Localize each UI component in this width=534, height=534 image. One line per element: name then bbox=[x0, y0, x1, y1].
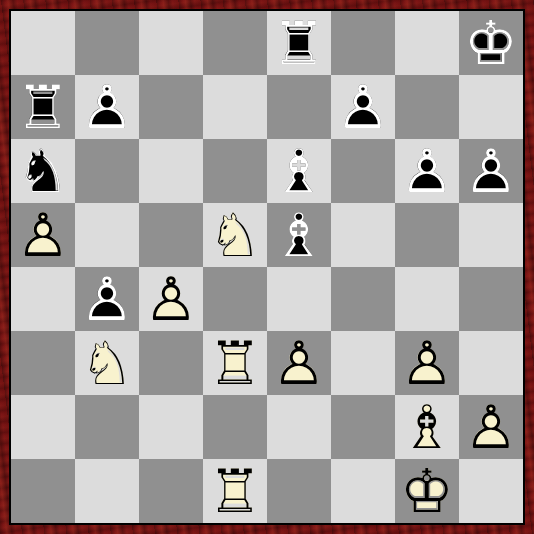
black-bishop[interactable]: ♝♗ bbox=[267, 139, 331, 203]
square-g6[interactable]: ♟♙ bbox=[395, 139, 459, 203]
black-pawn-glyph-outline: ♙ bbox=[75, 75, 139, 139]
white-knight-glyph-outline: ♘ bbox=[203, 203, 267, 267]
square-c5[interactable] bbox=[139, 203, 203, 267]
square-f8[interactable] bbox=[331, 11, 395, 75]
square-g7[interactable] bbox=[395, 75, 459, 139]
square-f7[interactable]: ♟♙ bbox=[331, 75, 395, 139]
black-pawn-glyph-outline: ♙ bbox=[331, 75, 395, 139]
black-pawn[interactable]: ♟♙ bbox=[75, 75, 139, 139]
white-knight[interactable]: ♞♘ bbox=[75, 331, 139, 395]
square-a5[interactable]: ♟♙ bbox=[11, 203, 75, 267]
square-c4[interactable]: ♟♙ bbox=[139, 267, 203, 331]
white-rook[interactable]: ♜♖ bbox=[203, 331, 267, 395]
square-e4[interactable] bbox=[267, 267, 331, 331]
square-b3[interactable]: ♞♘ bbox=[75, 331, 139, 395]
black-rook-glyph-outline: ♖ bbox=[11, 75, 75, 139]
black-king-glyph-outline: ♔ bbox=[459, 11, 523, 75]
square-h2[interactable]: ♟♙ bbox=[459, 395, 523, 459]
black-bishop-glyph-outline: ♗ bbox=[267, 203, 331, 267]
white-pawn[interactable]: ♟♙ bbox=[395, 331, 459, 395]
black-pawn-glyph-outline: ♙ bbox=[395, 139, 459, 203]
black-pawn[interactable]: ♟♙ bbox=[459, 139, 523, 203]
square-d6[interactable] bbox=[203, 139, 267, 203]
white-pawn-glyph-outline: ♙ bbox=[459, 395, 523, 459]
black-rook[interactable]: ♜♖ bbox=[11, 75, 75, 139]
square-c6[interactable] bbox=[139, 139, 203, 203]
white-knight[interactable]: ♞♘ bbox=[203, 203, 267, 267]
square-a4[interactable] bbox=[11, 267, 75, 331]
square-a2[interactable] bbox=[11, 395, 75, 459]
square-e2[interactable] bbox=[267, 395, 331, 459]
square-e5[interactable]: ♝♗ bbox=[267, 203, 331, 267]
square-d8[interactable] bbox=[203, 11, 267, 75]
square-g2[interactable]: ♝♗ bbox=[395, 395, 459, 459]
square-b4[interactable]: ♟♙ bbox=[75, 267, 139, 331]
square-e7[interactable] bbox=[267, 75, 331, 139]
black-pawn-glyph-outline: ♙ bbox=[75, 267, 139, 331]
square-c8[interactable] bbox=[139, 11, 203, 75]
black-pawn-glyph-outline: ♙ bbox=[459, 139, 523, 203]
square-e1[interactable] bbox=[267, 459, 331, 523]
square-f2[interactable] bbox=[331, 395, 395, 459]
square-b1[interactable] bbox=[75, 459, 139, 523]
square-a3[interactable] bbox=[11, 331, 75, 395]
black-bishop-glyph-outline: ♗ bbox=[267, 139, 331, 203]
white-bishop-glyph-outline: ♗ bbox=[395, 395, 459, 459]
square-b8[interactable] bbox=[75, 11, 139, 75]
chess-board: ♜♖♚♔♜♖♟♙♟♙♞♘♝♗♟♙♟♙♟♙♞♘♝♗♟♙♟♙♞♘♜♖♟♙♟♙♝♗♟♙… bbox=[11, 11, 523, 523]
square-g8[interactable] bbox=[395, 11, 459, 75]
white-rook[interactable]: ♜♖ bbox=[203, 459, 267, 523]
square-c2[interactable] bbox=[139, 395, 203, 459]
square-b5[interactable] bbox=[75, 203, 139, 267]
white-pawn-glyph-outline: ♙ bbox=[267, 331, 331, 395]
board-frame: ♜♖♚♔♜♖♟♙♟♙♞♘♝♗♟♙♟♙♟♙♞♘♝♗♟♙♟♙♞♘♜♖♟♙♟♙♝♗♟♙… bbox=[0, 0, 534, 534]
square-f6[interactable] bbox=[331, 139, 395, 203]
square-d1[interactable]: ♜♖ bbox=[203, 459, 267, 523]
white-pawn[interactable]: ♟♙ bbox=[267, 331, 331, 395]
white-king-glyph-outline: ♔ bbox=[395, 459, 459, 523]
black-bishop[interactable]: ♝♗ bbox=[267, 203, 331, 267]
square-c7[interactable] bbox=[139, 75, 203, 139]
white-pawn-glyph-outline: ♙ bbox=[139, 267, 203, 331]
square-g4[interactable] bbox=[395, 267, 459, 331]
square-d3[interactable]: ♜♖ bbox=[203, 331, 267, 395]
square-g3[interactable]: ♟♙ bbox=[395, 331, 459, 395]
square-b2[interactable] bbox=[75, 395, 139, 459]
square-a8[interactable] bbox=[11, 11, 75, 75]
square-h8[interactable]: ♚♔ bbox=[459, 11, 523, 75]
square-a7[interactable]: ♜♖ bbox=[11, 75, 75, 139]
square-h5[interactable] bbox=[459, 203, 523, 267]
black-knight[interactable]: ♞♘ bbox=[11, 139, 75, 203]
white-pawn[interactable]: ♟♙ bbox=[139, 267, 203, 331]
white-bishop[interactable]: ♝♗ bbox=[395, 395, 459, 459]
square-h3[interactable] bbox=[459, 331, 523, 395]
white-rook-glyph-outline: ♖ bbox=[203, 331, 267, 395]
square-a6[interactable]: ♞♘ bbox=[11, 139, 75, 203]
square-f1[interactable] bbox=[331, 459, 395, 523]
square-d2[interactable] bbox=[203, 395, 267, 459]
square-e3[interactable]: ♟♙ bbox=[267, 331, 331, 395]
square-d4[interactable] bbox=[203, 267, 267, 331]
square-h4[interactable] bbox=[459, 267, 523, 331]
black-pawn[interactable]: ♟♙ bbox=[395, 139, 459, 203]
board-border: ♜♖♚♔♜♖♟♙♟♙♞♘♝♗♟♙♟♙♟♙♞♘♝♗♟♙♟♙♞♘♜♖♟♙♟♙♝♗♟♙… bbox=[9, 9, 525, 525]
square-d7[interactable] bbox=[203, 75, 267, 139]
square-a1[interactable] bbox=[11, 459, 75, 523]
square-c3[interactable] bbox=[139, 331, 203, 395]
square-g1[interactable]: ♚♔ bbox=[395, 459, 459, 523]
black-rook[interactable]: ♜♖ bbox=[267, 11, 331, 75]
square-g5[interactable] bbox=[395, 203, 459, 267]
black-king[interactable]: ♚♔ bbox=[459, 11, 523, 75]
square-b7[interactable]: ♟♙ bbox=[75, 75, 139, 139]
black-knight-glyph-outline: ♘ bbox=[11, 139, 75, 203]
white-knight-glyph-outline: ♘ bbox=[75, 331, 139, 395]
square-e8[interactable]: ♜♖ bbox=[267, 11, 331, 75]
white-pawn[interactable]: ♟♙ bbox=[459, 395, 523, 459]
square-f5[interactable] bbox=[331, 203, 395, 267]
white-rook-glyph-outline: ♖ bbox=[203, 459, 267, 523]
square-c1[interactable] bbox=[139, 459, 203, 523]
white-king[interactable]: ♚♔ bbox=[395, 459, 459, 523]
square-e6[interactable]: ♝♗ bbox=[267, 139, 331, 203]
square-h6[interactable]: ♟♙ bbox=[459, 139, 523, 203]
square-f3[interactable] bbox=[331, 331, 395, 395]
black-pawn[interactable]: ♟♙ bbox=[331, 75, 395, 139]
square-b6[interactable] bbox=[75, 139, 139, 203]
square-d5[interactable]: ♞♘ bbox=[203, 203, 267, 267]
white-pawn-glyph-outline: ♙ bbox=[395, 331, 459, 395]
black-pawn[interactable]: ♟♙ bbox=[75, 267, 139, 331]
square-f4[interactable] bbox=[331, 267, 395, 331]
square-h1[interactable] bbox=[459, 459, 523, 523]
white-pawn-glyph-outline: ♙ bbox=[11, 203, 75, 267]
square-h7[interactable] bbox=[459, 75, 523, 139]
white-pawn[interactable]: ♟♙ bbox=[11, 203, 75, 267]
black-rook-glyph-outline: ♖ bbox=[267, 11, 331, 75]
